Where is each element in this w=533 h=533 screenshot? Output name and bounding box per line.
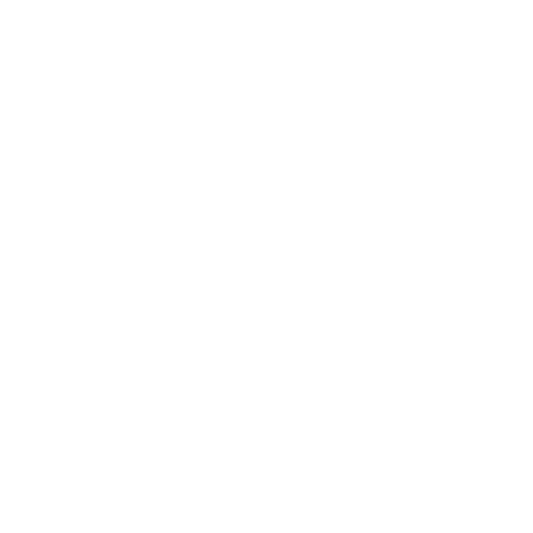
product-photo-stage xyxy=(0,0,533,533)
